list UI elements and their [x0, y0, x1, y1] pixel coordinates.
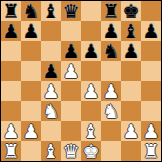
- square-e4[interactable]: ♟: [81, 81, 101, 101]
- square-c1[interactable]: ♝: [41, 141, 61, 161]
- square-c6[interactable]: [41, 41, 61, 61]
- square-a8[interactable]: ♜: [1, 1, 21, 21]
- square-g6[interactable]: ♟: [121, 41, 141, 61]
- square-h1[interactable]: ♜: [141, 141, 161, 161]
- white-pawn: ♟: [42, 81, 59, 101]
- square-f2[interactable]: [101, 121, 121, 141]
- white-king: ♚: [82, 141, 99, 161]
- white-bishop: ♝: [42, 141, 59, 161]
- white-knight: ♞: [102, 101, 119, 121]
- black-rook: ♜: [2, 1, 19, 21]
- black-bishop: ♝: [122, 21, 139, 41]
- square-d7[interactable]: [61, 21, 81, 41]
- white-pawn: ♟: [22, 121, 39, 141]
- square-h6[interactable]: [141, 41, 161, 61]
- square-c5[interactable]: ♟: [41, 61, 61, 81]
- black-bishop: ♝: [42, 1, 59, 21]
- square-h7[interactable]: ♟: [141, 21, 161, 41]
- square-a6[interactable]: [1, 41, 21, 61]
- white-knight: ♞: [42, 101, 59, 121]
- square-e6[interactable]: ♟: [81, 41, 101, 61]
- black-pawn: ♟: [82, 41, 99, 61]
- white-rook: ♜: [142, 141, 159, 161]
- white-pawn: ♟: [2, 121, 19, 141]
- black-pawn: ♟: [2, 21, 19, 41]
- square-d3[interactable]: [61, 101, 81, 121]
- square-f8[interactable]: ♜: [101, 1, 121, 21]
- square-a3[interactable]: [1, 101, 21, 121]
- square-c8[interactable]: ♝: [41, 1, 61, 21]
- square-f3[interactable]: ♞: [101, 101, 121, 121]
- square-h2[interactable]: ♟: [141, 121, 161, 141]
- square-e7[interactable]: [81, 21, 101, 41]
- white-queen: ♛: [62, 141, 79, 161]
- black-pawn: ♟: [102, 21, 119, 41]
- black-pawn: ♟: [22, 21, 39, 41]
- square-b2[interactable]: ♟: [21, 121, 41, 141]
- square-d8[interactable]: ♛: [61, 1, 81, 21]
- square-e5[interactable]: [81, 61, 101, 81]
- chess-app-window: ♜♞♝♛♜♚♟♟♟♝♟♟♟♞♟♟♟♟♟♟♞♞♟♟♝♟♟♜♝♛♚♜: [0, 0, 162, 162]
- white-pawn: ♟: [142, 121, 159, 141]
- white-bishop: ♝: [82, 121, 99, 141]
- chess-board: ♜♞♝♛♜♚♟♟♟♝♟♟♟♞♟♟♟♟♟♟♞♞♟♟♝♟♟♜♝♛♚♜: [0, 0, 162, 162]
- black-knight: ♞: [102, 41, 119, 61]
- white-pawn: ♟: [102, 81, 119, 101]
- square-b4[interactable]: [21, 81, 41, 101]
- square-g5[interactable]: [121, 61, 141, 81]
- white-pawn: ♟: [62, 61, 79, 81]
- square-h8[interactable]: [141, 1, 161, 21]
- square-c4[interactable]: ♟: [41, 81, 61, 101]
- square-a4[interactable]: [1, 81, 21, 101]
- white-pawn: ♟: [122, 121, 139, 141]
- square-a1[interactable]: ♜: [1, 141, 21, 161]
- square-g3[interactable]: [121, 101, 141, 121]
- square-d1[interactable]: ♛: [61, 141, 81, 161]
- square-a5[interactable]: [1, 61, 21, 81]
- square-b8[interactable]: ♞: [21, 1, 41, 21]
- black-pawn: ♟: [42, 61, 59, 81]
- square-a7[interactable]: ♟: [1, 21, 21, 41]
- square-b7[interactable]: ♟: [21, 21, 41, 41]
- square-d2[interactable]: [61, 121, 81, 141]
- black-knight: ♞: [22, 1, 39, 21]
- black-pawn: ♟: [142, 21, 159, 41]
- square-g8[interactable]: ♚: [121, 1, 141, 21]
- square-c3[interactable]: ♞: [41, 101, 61, 121]
- square-d6[interactable]: ♟: [61, 41, 81, 61]
- white-pawn: ♟: [82, 81, 99, 101]
- square-f1[interactable]: [101, 141, 121, 161]
- square-b5[interactable]: [21, 61, 41, 81]
- black-rook: ♜: [102, 1, 119, 21]
- square-g2[interactable]: ♟: [121, 121, 141, 141]
- square-h5[interactable]: [141, 61, 161, 81]
- square-b3[interactable]: [21, 101, 41, 121]
- square-f5[interactable]: [101, 61, 121, 81]
- square-g4[interactable]: [121, 81, 141, 101]
- square-h4[interactable]: [141, 81, 161, 101]
- black-queen: ♛: [62, 1, 79, 21]
- square-h3[interactable]: [141, 101, 161, 121]
- square-b1[interactable]: [21, 141, 41, 161]
- square-e1[interactable]: ♚: [81, 141, 101, 161]
- square-c2[interactable]: [41, 121, 61, 141]
- square-f4[interactable]: ♟: [101, 81, 121, 101]
- black-pawn: ♟: [62, 41, 79, 61]
- square-e2[interactable]: ♝: [81, 121, 101, 141]
- black-pawn: ♟: [122, 41, 139, 61]
- square-d5[interactable]: ♟: [61, 61, 81, 81]
- square-g7[interactable]: ♝: [121, 21, 141, 41]
- square-c7[interactable]: [41, 21, 61, 41]
- square-b6[interactable]: [21, 41, 41, 61]
- square-g1[interactable]: [121, 141, 141, 161]
- square-e3[interactable]: [81, 101, 101, 121]
- square-d4[interactable]: [61, 81, 81, 101]
- black-king: ♚: [122, 1, 139, 21]
- square-f7[interactable]: ♟: [101, 21, 121, 41]
- square-a2[interactable]: ♟: [1, 121, 21, 141]
- white-rook: ♜: [2, 141, 19, 161]
- square-e8[interactable]: [81, 1, 101, 21]
- square-f6[interactable]: ♞: [101, 41, 121, 61]
